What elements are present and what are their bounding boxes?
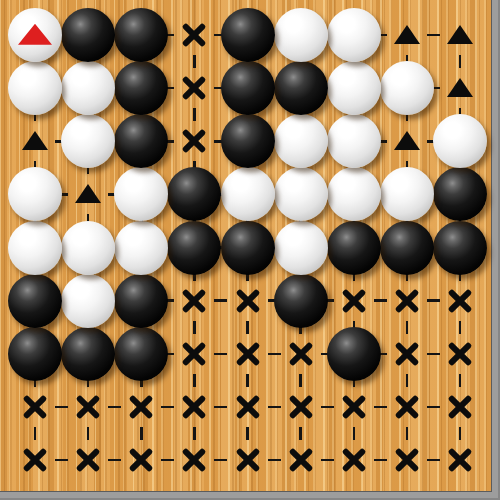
white-stone: [8, 221, 62, 275]
cross-marker-icon: [234, 393, 262, 421]
intersection-r5c4[interactable]: [167, 221, 221, 275]
intersection-r2c8[interactable]: [380, 61, 434, 115]
cross-marker-icon: [393, 287, 421, 315]
white-stone: [61, 114, 115, 168]
intersection-r6c4[interactable]: [167, 274, 221, 328]
black-stone: [8, 274, 62, 328]
cross-marker-icon: [287, 446, 315, 474]
intersection-r2c6[interactable]: [274, 61, 328, 115]
intersection-r8c1[interactable]: [8, 380, 62, 434]
cross-marker-icon: [287, 393, 315, 421]
cross-marker-icon: [446, 393, 474, 421]
intersection-r9c6[interactable]: [274, 433, 328, 487]
intersection-r7c7[interactable]: [327, 327, 381, 381]
black-stone: [327, 221, 381, 275]
intersection-r8c8[interactable]: [380, 380, 434, 434]
intersection-r5c6[interactable]: [274, 221, 328, 275]
intersection-r8c2[interactable]: [61, 380, 115, 434]
intersection-r3c3[interactable]: [114, 114, 168, 168]
cross-marker-icon: [234, 340, 262, 368]
cross-marker-icon: [340, 287, 368, 315]
intersection-r3c8[interactable]: [380, 114, 434, 168]
triangle-marker-icon: [447, 78, 473, 97]
intersection-r8c4[interactable]: [167, 380, 221, 434]
intersection-r4c2[interactable]: [61, 167, 115, 221]
intersection-r6c9[interactable]: [433, 274, 487, 328]
black-stone: [167, 221, 221, 275]
intersection-r3c9[interactable]: [433, 114, 487, 168]
intersection-r4c7[interactable]: [327, 167, 381, 221]
intersection-r1c6[interactable]: [274, 8, 328, 62]
white-stone: [327, 61, 381, 115]
intersection-r2c9[interactable]: [433, 61, 487, 115]
cross-marker-icon: [446, 340, 474, 368]
intersection-r7c4[interactable]: [167, 327, 221, 381]
black-stone: [114, 8, 168, 62]
white-stone: [380, 167, 434, 221]
intersection-r4c1[interactable]: [8, 167, 62, 221]
black-stone: [114, 61, 168, 115]
black-stone: [114, 327, 168, 381]
intersection-r8c7[interactable]: [327, 380, 381, 434]
white-stone: [8, 167, 62, 221]
white-stone: [433, 114, 487, 168]
intersection-r9c8[interactable]: [380, 433, 434, 487]
intersection-r8c6[interactable]: [274, 380, 328, 434]
intersection-r8c9[interactable]: [433, 380, 487, 434]
intersection-r3c1[interactable]: [8, 114, 62, 168]
intersection-r2c7[interactable]: [327, 61, 381, 115]
intersection-r6c5[interactable]: [221, 274, 275, 328]
intersection-r7c1[interactable]: [8, 327, 62, 381]
cross-marker-icon: [180, 446, 208, 474]
intersection-r2c3[interactable]: [114, 61, 168, 115]
intersection-r4c3[interactable]: [114, 167, 168, 221]
intersection-r4c6[interactable]: [274, 167, 328, 221]
black-stone: [167, 167, 221, 221]
cross-marker-icon: [180, 21, 208, 49]
black-stone: [221, 221, 275, 275]
intersection-r9c5[interactable]: [221, 433, 275, 487]
cross-marker-icon: [287, 340, 315, 368]
intersection-r5c5[interactable]: [221, 221, 275, 275]
intersection-r2c4[interactable]: [167, 61, 221, 115]
black-stone: [8, 327, 62, 381]
cross-marker-icon: [234, 446, 262, 474]
white-stone: [114, 167, 168, 221]
intersection-r9c4[interactable]: [167, 433, 221, 487]
white-stone: [114, 221, 168, 275]
intersection-r3c2[interactable]: [61, 114, 115, 168]
intersection-r4c5[interactable]: [221, 167, 275, 221]
intersection-r8c5[interactable]: [221, 380, 275, 434]
intersection-r9c2[interactable]: [61, 433, 115, 487]
black-stone: [274, 61, 328, 115]
intersection-r2c5[interactable]: [221, 61, 275, 115]
black-stone: [61, 327, 115, 381]
cross-marker-icon: [74, 446, 102, 474]
intersection-r1c3[interactable]: [114, 8, 168, 62]
intersection-r3c5[interactable]: [221, 114, 275, 168]
cross-marker-icon: [21, 393, 49, 421]
intersection-r7c5[interactable]: [221, 327, 275, 381]
white-stone: [274, 114, 328, 168]
cross-marker-icon: [180, 127, 208, 155]
intersection-r5c7[interactable]: [327, 221, 381, 275]
white-stone: [380, 61, 434, 115]
cross-marker-icon: [127, 446, 155, 474]
cross-marker-icon: [393, 446, 421, 474]
black-stone: [433, 221, 487, 275]
intersection-r1c2[interactable]: [61, 8, 115, 62]
cross-marker-icon: [393, 393, 421, 421]
intersection-r9c3[interactable]: [114, 433, 168, 487]
intersection-r3c6[interactable]: [274, 114, 328, 168]
black-stone: [221, 8, 275, 62]
intersection-r5c9[interactable]: [433, 221, 487, 275]
triangle-marker-icon: [394, 131, 420, 150]
intersection-r7c2[interactable]: [61, 327, 115, 381]
black-stone: [114, 114, 168, 168]
white-stone: [8, 61, 62, 115]
intersection-r7c3[interactable]: [114, 327, 168, 381]
white-stone: [274, 221, 328, 275]
black-stone: [327, 327, 381, 381]
white-stone: [274, 167, 328, 221]
white-stone: [61, 274, 115, 328]
black-stone: [221, 61, 275, 115]
intersection-r9c7[interactable]: [327, 433, 381, 487]
cross-marker-icon: [393, 340, 421, 368]
intersection-r3c7[interactable]: [327, 114, 381, 168]
intersection-r2c1[interactable]: [8, 61, 62, 115]
triangle-marker-icon: [394, 25, 420, 44]
white-stone: [61, 61, 115, 115]
intersection-r1c4[interactable]: [167, 8, 221, 62]
intersection-r2c2[interactable]: [61, 61, 115, 115]
red-triangle-last-move-icon: [18, 24, 52, 45]
cross-marker-icon: [340, 393, 368, 421]
black-stone: [61, 8, 115, 62]
black-stone: [221, 114, 275, 168]
cross-marker-icon: [446, 287, 474, 315]
black-stone: [433, 167, 487, 221]
intersection-r7c8[interactable]: [380, 327, 434, 381]
intersection-r6c8[interactable]: [380, 274, 434, 328]
intersection-r7c6[interactable]: [274, 327, 328, 381]
white-stone: [327, 167, 381, 221]
cross-marker-icon: [340, 446, 368, 474]
intersection-r4c9[interactable]: [433, 167, 487, 221]
cross-marker-icon: [127, 393, 155, 421]
black-stone: [274, 274, 328, 328]
cross-marker-icon: [180, 393, 208, 421]
cross-marker-icon: [446, 446, 474, 474]
triangle-marker-icon: [22, 131, 48, 150]
intersection-r1c8[interactable]: [380, 8, 434, 62]
intersection-r1c9[interactable]: [433, 8, 487, 62]
cross-marker-icon: [234, 287, 262, 315]
cross-marker-icon: [180, 74, 208, 102]
white-stone: [274, 8, 328, 62]
white-stone: [327, 8, 381, 62]
go-board: [0, 0, 500, 500]
intersection-r5c1[interactable]: [8, 221, 62, 275]
triangle-marker-icon: [447, 25, 473, 44]
cross-marker-icon: [21, 446, 49, 474]
triangle-marker-icon: [75, 184, 101, 203]
intersection-r6c1[interactable]: [8, 274, 62, 328]
intersection-r6c3[interactable]: [114, 274, 168, 328]
black-stone: [380, 221, 434, 275]
intersection-r6c7[interactable]: [327, 274, 381, 328]
cross-marker-icon: [74, 393, 102, 421]
intersection-r9c9[interactable]: [433, 433, 487, 487]
intersection-r9c1[interactable]: [8, 433, 62, 487]
white-stone: [327, 114, 381, 168]
black-stone: [114, 274, 168, 328]
cross-marker-icon: [180, 287, 208, 315]
intersection-r5c2[interactable]: [61, 221, 115, 275]
cross-marker-icon: [180, 340, 208, 368]
intersection-r7c9[interactable]: [433, 327, 487, 381]
intersection-r1c1[interactable]: [8, 8, 62, 62]
intersection-r8c3[interactable]: [114, 380, 168, 434]
intersection-r6c6[interactable]: [274, 274, 328, 328]
intersection-r1c5[interactable]: [221, 8, 275, 62]
intersection-r5c8[interactable]: [380, 221, 434, 275]
intersection-r1c7[interactable]: [327, 8, 381, 62]
intersection-r4c4[interactable]: [167, 167, 221, 221]
intersection-r3c4[interactable]: [167, 114, 221, 168]
intersection-r6c2[interactable]: [61, 274, 115, 328]
intersection-r4c8[interactable]: [380, 167, 434, 221]
white-stone: [221, 167, 275, 221]
white-stone: [61, 221, 115, 275]
intersection-r5c3[interactable]: [114, 221, 168, 275]
